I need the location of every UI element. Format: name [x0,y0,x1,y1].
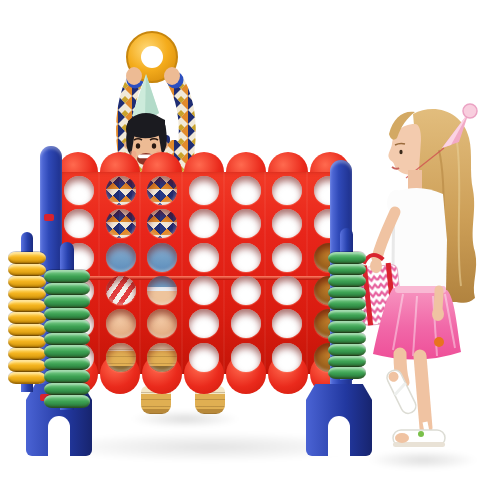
board-hole-r6c5 [231,343,261,372]
board-cell-r2c2 [100,207,142,240]
board-cell-r4c3 [141,274,183,307]
board-hole-r2c2 [106,209,136,238]
board-hole-r5c6 [272,309,302,338]
green-ring [44,270,90,283]
girl-left-hand [370,259,382,273]
board-hole-r6c4 [189,343,219,372]
board-hole-r3c6 [272,243,302,272]
yellow-ring [8,312,46,324]
green-ring [328,264,366,276]
board-hole-r2c6 [272,209,302,238]
board-cell-r3c2 [100,241,142,274]
board-grid [58,174,350,374]
board-cell-r4c6 [267,274,309,307]
board-hole-r2c1 [64,209,94,238]
board-cell-r2c5 [225,207,267,240]
board-hole-r5c5 [231,309,261,338]
yellow-ring [8,360,46,372]
green-ring [328,344,366,356]
board-cell-r2c4 [183,207,225,240]
hat-pompom [463,104,477,118]
boy-right-hand [164,67,180,85]
board-hole-r6c6 [272,343,302,372]
skirt-orange-dot [434,337,444,347]
green-ring [328,367,366,379]
board-cell-r1c1 [58,174,100,207]
board-cell-r6c5 [225,341,267,374]
green-ring [44,345,90,358]
yellow-ring [8,288,46,300]
green-ring-stack-left [44,270,90,408]
yellow-ring [8,276,46,288]
red-latch [44,214,54,221]
board-hole-r1c2 [106,176,136,205]
board-cell-r5c5 [225,307,267,340]
board-cell-r6c3 [141,341,183,374]
green-ring [44,370,90,383]
board-hole-r1c3 [147,176,177,205]
board-cell-r4c4 [183,274,225,307]
green-ring [328,321,366,333]
board-cell-r3c5 [225,241,267,274]
board-hole-r6c3 [147,343,177,372]
green-ring [44,308,90,321]
green-ring [44,295,90,308]
board-cell-r1c6 [267,174,309,207]
green-ring [328,333,366,345]
board-cell-r1c3 [141,174,183,207]
green-ring [44,395,90,408]
board-cell-r2c6 [267,207,309,240]
board-cell-r5c2 [100,307,142,340]
board-hole-r1c1 [64,176,94,205]
green-ring [44,283,90,296]
yellow-ring [8,324,46,336]
board-hole-r4c6 [272,276,302,305]
yellow-ring [8,252,46,264]
board-hole-r3c3 [147,243,177,272]
board-cell-r3c3 [141,241,183,274]
board-cell-r4c2 [100,274,142,307]
girl-front-leg [420,356,426,428]
board-hole-r5c4 [189,309,219,338]
yellow-ring [8,372,46,384]
yellow-ring [8,300,46,312]
board-hole-r3c4 [189,243,219,272]
boy-left-hand [126,67,142,85]
board-hole-r6c2 [106,343,136,372]
connect-four-board [56,152,352,394]
right-foot [306,384,372,456]
board-cell-r2c3 [141,207,183,240]
board-hole-r2c5 [231,209,261,238]
green-ring [328,356,366,368]
board-cell-r1c4 [183,174,225,207]
product-photo [0,0,500,500]
yellow-ring [8,336,46,348]
left-foot-notch [48,416,70,456]
board-hole-r3c5 [231,243,261,272]
yellow-ring [8,348,46,360]
girl-right-hand [432,307,444,321]
board-cell-r1c5 [225,174,267,207]
board-hole-r4c3 [147,276,177,305]
green-ring [328,252,366,264]
right-foot-notch [328,416,350,456]
green-ring [44,383,90,396]
board-hole-r4c4 [189,276,219,305]
board-cell-r5c4 [183,307,225,340]
board-cell-r2c1 [58,207,100,240]
board-cell-r5c6 [267,307,309,340]
green-ring [44,320,90,333]
board-hole-r1c6 [272,176,302,205]
green-ring-stack-right [328,252,366,379]
yellow-ring [8,264,46,276]
green-ring [44,358,90,371]
board-hole-r2c3 [147,209,177,238]
board-cell-r5c3 [141,307,183,340]
board-cell-r6c6 [267,341,309,374]
green-ring [328,287,366,299]
girl-front-sandal [393,422,445,447]
board-hole-r1c5 [231,176,261,205]
board-hole-r5c2 [106,309,136,338]
board-cell-r6c4 [183,341,225,374]
board-cell-r6c2 [100,341,142,374]
green-ring [328,275,366,287]
board-hole-r1c4 [189,176,219,205]
board-cell-r1c2 [100,174,142,207]
board-hole-r3c2 [106,243,136,272]
yellow-ring-stack [8,252,46,384]
board-cell-r3c6 [267,241,309,274]
green-ring [44,333,90,346]
board-hole-r2c4 [189,209,219,238]
green-ring [328,298,366,310]
green-ring [328,310,366,322]
girl-back-sandal [385,368,419,416]
board-hole-r5c3 [147,309,177,338]
board-cell-r4c5 [225,274,267,307]
board-cell-r3c4 [183,241,225,274]
board-hole-r4c5 [231,276,261,305]
board-hole-r4c2 [106,276,136,305]
